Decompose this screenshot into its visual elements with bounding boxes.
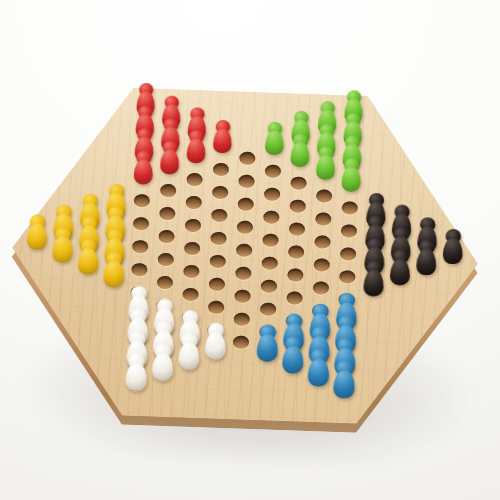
blue-peg-body xyxy=(256,333,278,361)
yellow-peg-body xyxy=(77,248,98,275)
white-peg-body xyxy=(125,363,147,392)
red-peg-body xyxy=(212,128,231,153)
white-peg-body xyxy=(151,352,173,380)
white-peg-body xyxy=(178,342,200,370)
white-peg[interactable] xyxy=(177,332,200,370)
pegs-layer xyxy=(0,0,500,500)
green-peg-body xyxy=(290,142,309,167)
black-peg[interactable] xyxy=(415,239,437,275)
yellow-peg[interactable] xyxy=(102,251,124,287)
yellow-peg-body xyxy=(103,260,124,287)
black-peg-body xyxy=(416,248,437,275)
black-peg-body xyxy=(363,269,384,296)
chinese-checkers-board-photo xyxy=(0,0,500,500)
green-peg-body xyxy=(341,166,361,191)
white-peg-body xyxy=(204,332,226,360)
black-peg-body xyxy=(389,259,410,286)
red-peg-body xyxy=(186,138,205,163)
black-peg[interactable] xyxy=(362,260,384,296)
blue-peg-body xyxy=(281,346,303,374)
blue-peg-body xyxy=(307,358,329,386)
blue-peg[interactable] xyxy=(281,336,304,374)
board-assembly xyxy=(0,0,500,500)
green-peg[interactable] xyxy=(264,121,284,155)
red-peg-body xyxy=(133,159,153,184)
black-peg[interactable] xyxy=(389,249,411,285)
black-peg-body xyxy=(442,238,462,264)
red-peg[interactable] xyxy=(159,140,180,174)
red-peg[interactable] xyxy=(212,119,232,153)
green-peg[interactable] xyxy=(289,133,310,167)
white-peg[interactable] xyxy=(124,353,148,392)
yellow-peg[interactable] xyxy=(77,238,99,274)
red-peg[interactable] xyxy=(133,150,154,184)
green-peg[interactable] xyxy=(315,145,336,179)
green-peg-body xyxy=(264,130,283,155)
yellow-peg-body xyxy=(52,236,73,263)
blue-peg[interactable] xyxy=(255,324,278,362)
white-peg[interactable] xyxy=(203,322,226,360)
red-peg[interactable] xyxy=(185,130,206,164)
yellow-peg[interactable] xyxy=(51,226,73,262)
white-peg[interactable] xyxy=(151,343,174,381)
blue-peg[interactable] xyxy=(332,360,356,399)
yellow-peg-body xyxy=(26,223,46,249)
blue-peg-body xyxy=(333,370,355,399)
black-peg[interactable] xyxy=(442,229,464,265)
yellow-peg[interactable] xyxy=(26,214,48,250)
red-peg-body xyxy=(160,149,180,174)
blue-peg[interactable] xyxy=(306,348,329,386)
green-peg-body xyxy=(315,154,335,179)
green-peg[interactable] xyxy=(340,158,361,192)
